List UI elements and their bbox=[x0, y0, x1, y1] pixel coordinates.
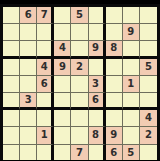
cell-r2c9[interactable] bbox=[140, 24, 157, 41]
cell-r2c1[interactable] bbox=[3, 24, 20, 41]
cell-r3c3[interactable] bbox=[37, 41, 54, 58]
cell-r2c6[interactable] bbox=[89, 24, 106, 41]
cell-r6c5[interactable] bbox=[71, 93, 88, 110]
cell-r4c5-given-2: 2 bbox=[71, 59, 88, 76]
cell-r5c1[interactable] bbox=[3, 76, 20, 93]
cell-r1c7[interactable] bbox=[106, 7, 123, 24]
cell-r4c7[interactable] bbox=[106, 59, 123, 76]
cell-r9c9[interactable] bbox=[140, 145, 157, 161]
cell-r2c8-given-9: 9 bbox=[123, 24, 140, 41]
cell-r8c5[interactable] bbox=[71, 127, 88, 144]
cell-r1c6[interactable] bbox=[89, 7, 106, 24]
cell-r1c1[interactable] bbox=[3, 7, 20, 24]
cell-r5c5[interactable] bbox=[71, 76, 88, 93]
cell-r6c6-given-6: 6 bbox=[89, 93, 106, 110]
cell-r4c6[interactable] bbox=[89, 59, 106, 76]
cell-r8c4[interactable] bbox=[54, 127, 71, 144]
cell-r2c5[interactable] bbox=[71, 24, 88, 41]
cell-r6c9[interactable] bbox=[140, 93, 157, 110]
cell-r9c5-given-7: 7 bbox=[71, 145, 88, 161]
cell-r1c8[interactable] bbox=[123, 7, 140, 24]
cell-r2c2[interactable] bbox=[20, 24, 37, 41]
cell-r6c2-given-3: 3 bbox=[20, 93, 37, 110]
cell-r8c8[interactable] bbox=[123, 127, 140, 144]
cell-r1c9[interactable] bbox=[140, 7, 157, 24]
cell-r3c6-given-9: 9 bbox=[89, 41, 106, 58]
cell-r8c9-given-2: 2 bbox=[140, 127, 157, 144]
cell-r2c3[interactable] bbox=[37, 24, 54, 41]
cell-r4c9-given-5: 5 bbox=[140, 59, 157, 76]
cell-r3c7-given-8: 8 bbox=[106, 41, 123, 58]
cell-r9c3[interactable] bbox=[37, 145, 54, 161]
cell-r8c3-given-1: 1 bbox=[37, 127, 54, 144]
cell-r3c9[interactable] bbox=[140, 41, 157, 58]
cell-r6c8[interactable] bbox=[123, 93, 140, 110]
cell-r9c7-given-6: 6 bbox=[106, 145, 123, 161]
cell-r8c1[interactable] bbox=[3, 127, 20, 144]
cell-r4c4-given-9: 9 bbox=[54, 59, 71, 76]
cell-r1c5-given-5: 5 bbox=[71, 7, 88, 24]
cell-r5c9[interactable] bbox=[140, 76, 157, 93]
cell-r7c5[interactable] bbox=[71, 110, 88, 127]
cell-r5c3-given-6: 6 bbox=[37, 76, 54, 93]
cell-r1c4[interactable] bbox=[54, 7, 71, 24]
cell-r8c2[interactable] bbox=[20, 127, 37, 144]
cell-r1c2-given-6: 6 bbox=[20, 7, 37, 24]
cell-r5c6-given-3: 3 bbox=[89, 76, 106, 93]
cell-r7c3[interactable] bbox=[37, 110, 54, 127]
cell-r7c7[interactable] bbox=[106, 110, 123, 127]
cell-r7c9-given-4: 4 bbox=[140, 110, 157, 127]
cell-r9c2[interactable] bbox=[20, 145, 37, 161]
cell-r2c7[interactable] bbox=[106, 24, 123, 41]
cell-r8c6-given-8: 8 bbox=[89, 127, 106, 144]
cell-r3c5[interactable] bbox=[71, 41, 88, 58]
cell-r4c8[interactable] bbox=[123, 59, 140, 76]
cell-r6c1[interactable] bbox=[3, 93, 20, 110]
sudoku-board: 675949849256313641892765 bbox=[0, 4, 160, 160]
cell-r9c8-given-5: 5 bbox=[123, 145, 140, 161]
cell-r7c6[interactable] bbox=[89, 110, 106, 127]
cell-r2c4[interactable] bbox=[54, 24, 71, 41]
cell-r7c2[interactable] bbox=[20, 110, 37, 127]
cell-r6c7[interactable] bbox=[106, 93, 123, 110]
cell-r4c1[interactable] bbox=[3, 59, 20, 76]
cell-r8c7-given-9: 9 bbox=[106, 127, 123, 144]
cell-r7c4[interactable] bbox=[54, 110, 71, 127]
cell-r1c3-given-7: 7 bbox=[37, 7, 54, 24]
cell-r7c8[interactable] bbox=[123, 110, 140, 127]
cell-r7c1[interactable] bbox=[3, 110, 20, 127]
cell-r5c2[interactable] bbox=[20, 76, 37, 93]
cell-r4c3-given-4: 4 bbox=[37, 59, 54, 76]
cell-r6c4[interactable] bbox=[54, 93, 71, 110]
cell-r5c7[interactable] bbox=[106, 76, 123, 93]
cell-r9c6[interactable] bbox=[89, 145, 106, 161]
cell-r9c1[interactable] bbox=[3, 145, 20, 161]
cell-r5c4[interactable] bbox=[54, 76, 71, 93]
cell-r9c4[interactable] bbox=[54, 145, 71, 161]
cell-r3c1[interactable] bbox=[3, 41, 20, 58]
cell-r3c2[interactable] bbox=[20, 41, 37, 58]
cell-r4c2[interactable] bbox=[20, 59, 37, 76]
cell-r3c4-given-4: 4 bbox=[54, 41, 71, 58]
cell-r3c8[interactable] bbox=[123, 41, 140, 58]
cell-r6c3[interactable] bbox=[37, 93, 54, 110]
cell-r5c8-given-1: 1 bbox=[123, 76, 140, 93]
